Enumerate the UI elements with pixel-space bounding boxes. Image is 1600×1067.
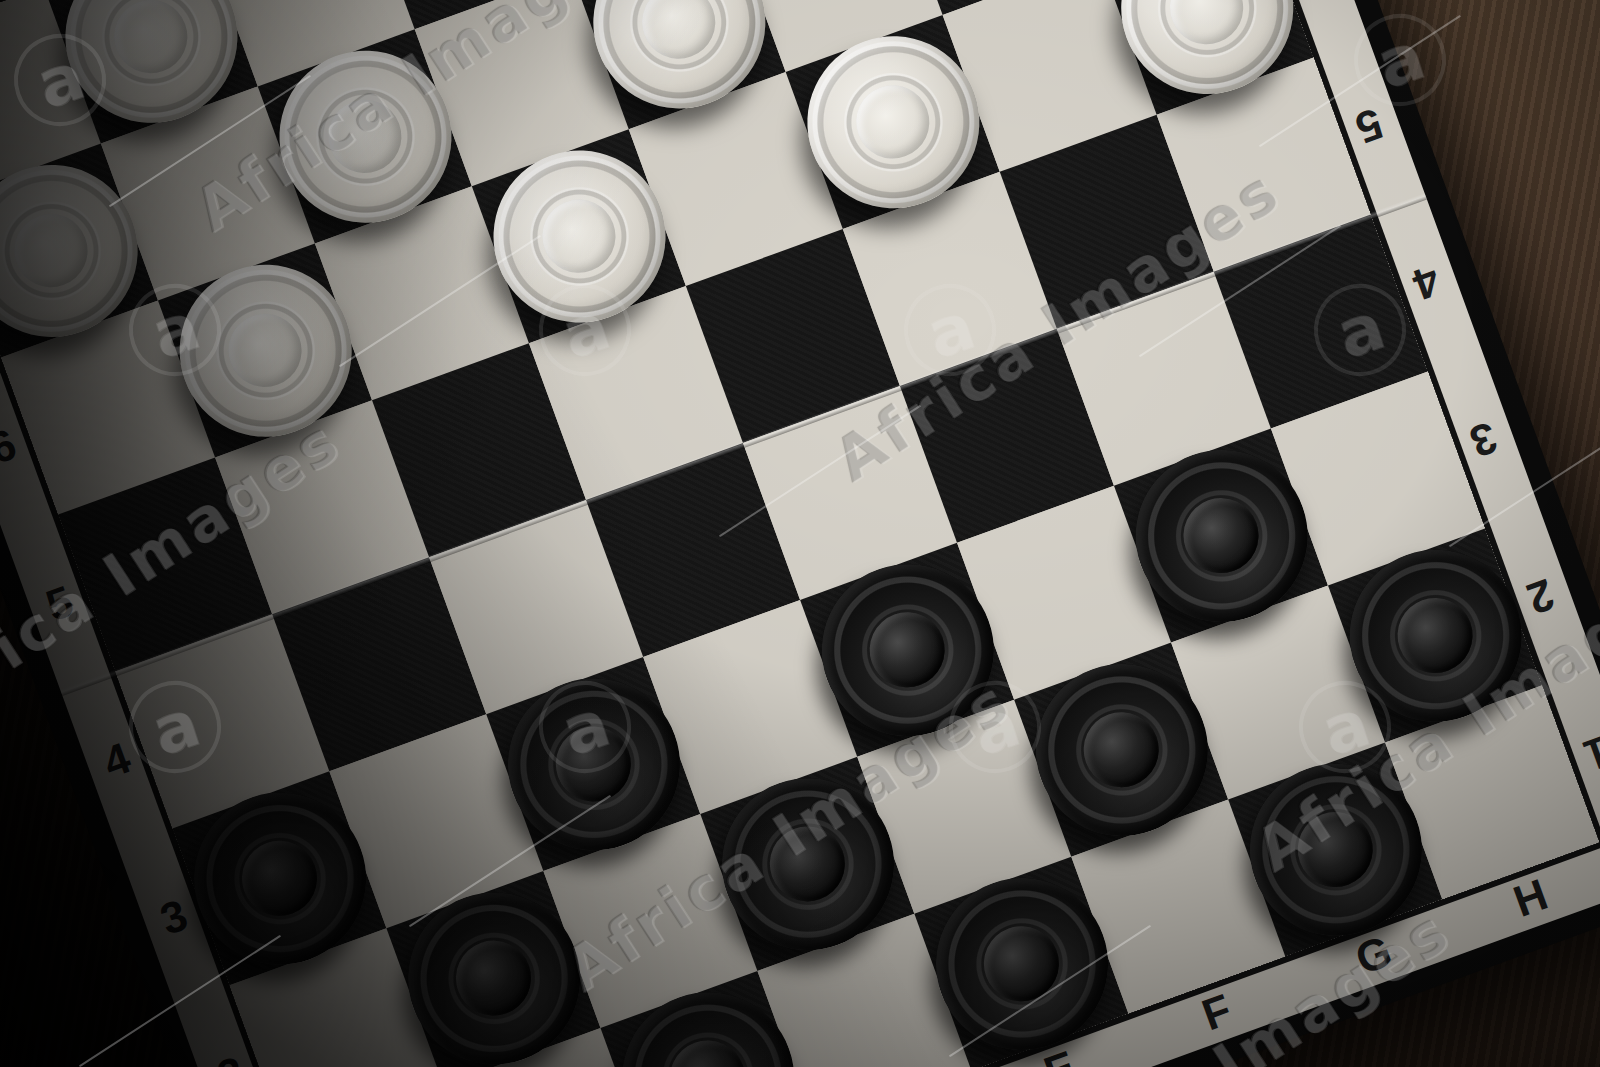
board-border-strip: 1122334455667788AABBCCDDEEFFGGHH — [0, 0, 1600, 1067]
photo-stage: 1122334455667788AABBCCDDEEFFGGHH Africa … — [0, 0, 1600, 1067]
checkers-board: 1122334455667788AABBCCDDEEFFGGHH — [0, 0, 1600, 1067]
